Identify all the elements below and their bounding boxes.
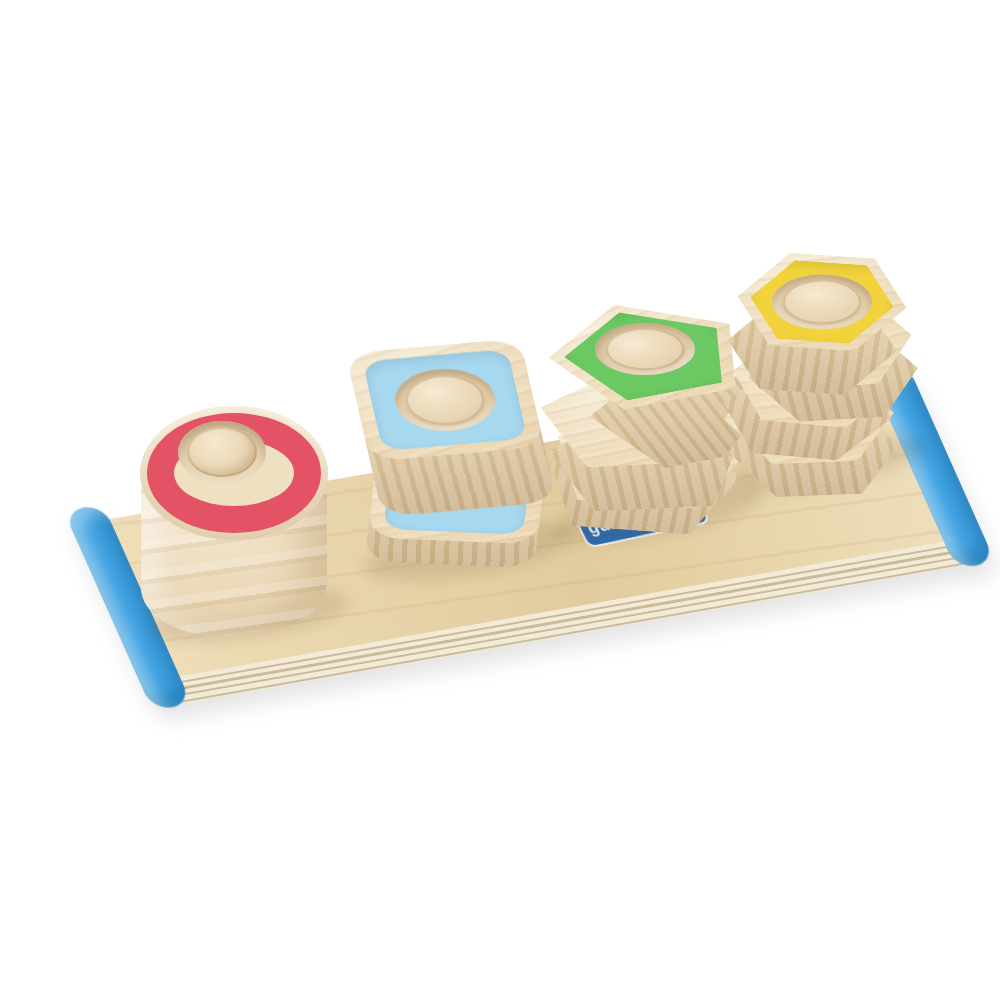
square-piece-top [346, 338, 545, 461]
scene: { "scene": { "type": "product photo", "s… [0, 0, 1000, 1000]
circle-stack [140, 406, 328, 638]
wood-knob [187, 427, 257, 477]
cylinder-top-face [140, 406, 328, 540]
hexagon-piece-top [727, 250, 916, 354]
